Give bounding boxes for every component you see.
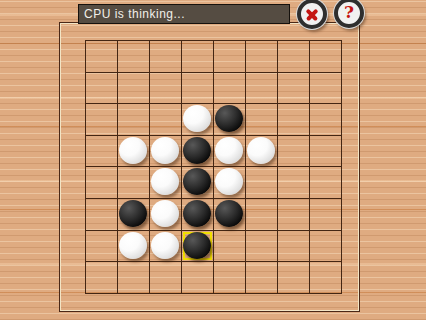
board-cell-f5[interactable] (246, 167, 278, 199)
board-cell-a8[interactable] (86, 262, 118, 294)
game-window: { "game": "Othello (Reversi) on an 8x8 w… (0, 0, 426, 320)
board-cell-g3[interactable] (278, 104, 310, 136)
board-cell-g5[interactable] (278, 167, 310, 199)
board-cell-b3[interactable] (118, 104, 150, 136)
black-stone (183, 137, 211, 164)
board-cell-e5[interactable] (214, 167, 246, 199)
white-stone (119, 137, 147, 164)
board-cell-a1[interactable] (86, 41, 118, 73)
board-cell-e3[interactable] (214, 104, 246, 136)
board-cell-g4[interactable] (278, 136, 310, 168)
board-cell-d6[interactable] (182, 199, 214, 231)
black-stone (119, 200, 147, 227)
board-cell-e2[interactable] (214, 73, 246, 105)
board-cell-h5[interactable] (310, 167, 342, 199)
board-cell-b2[interactable] (118, 73, 150, 105)
board-cell-g1[interactable] (278, 41, 310, 73)
board-cell-c6[interactable] (150, 199, 182, 231)
close-button[interactable] (297, 0, 327, 29)
black-stone (183, 168, 211, 195)
board-cell-a6[interactable] (86, 199, 118, 231)
board-cell-c8[interactable] (150, 262, 182, 294)
black-stone (183, 200, 211, 227)
board-cell-e4[interactable] (214, 136, 246, 168)
white-stone (183, 105, 211, 132)
board-cell-f3[interactable] (246, 104, 278, 136)
white-stone (151, 137, 179, 164)
board-cell-h7[interactable] (310, 231, 342, 263)
board-cell-d4[interactable] (182, 136, 214, 168)
board-cell-b1[interactable] (118, 41, 150, 73)
board-cell-d2[interactable] (182, 73, 214, 105)
white-stone (151, 232, 179, 259)
board-cell-f4[interactable] (246, 136, 278, 168)
board-cell-e1[interactable] (214, 41, 246, 73)
board-cell-d8[interactable] (182, 262, 214, 294)
board-cell-c5[interactable] (150, 167, 182, 199)
board-cell-g7[interactable] (278, 231, 310, 263)
board-cell-c7[interactable] (150, 231, 182, 263)
white-stone (151, 168, 179, 195)
board-cell-h8[interactable] (310, 262, 342, 294)
board-cell-e6[interactable] (214, 199, 246, 231)
board-cell-e7[interactable] (214, 231, 246, 263)
white-stone (215, 137, 243, 164)
board-cell-b4[interactable] (118, 136, 150, 168)
board-cell-f1[interactable] (246, 41, 278, 73)
board-cell-g2[interactable] (278, 73, 310, 105)
board-cell-h2[interactable] (310, 73, 342, 105)
question-mark-icon: ? (344, 4, 354, 21)
board-cell-f7[interactable] (246, 231, 278, 263)
board-cell-c4[interactable] (150, 136, 182, 168)
status-bar: CPU is thinking... (78, 4, 290, 24)
board-cell-d1[interactable] (182, 41, 214, 73)
white-stone (119, 232, 147, 259)
white-stone (247, 137, 275, 164)
board-cell-h4[interactable] (310, 136, 342, 168)
board-cell-e8[interactable] (214, 262, 246, 294)
white-stone (151, 200, 179, 227)
white-stone (215, 168, 243, 195)
board-cell-b5[interactable] (118, 167, 150, 199)
board-cell-h1[interactable] (310, 41, 342, 73)
board-cell-c2[interactable] (150, 73, 182, 105)
board-cell-d3[interactable] (182, 104, 214, 136)
close-x-icon (304, 6, 320, 22)
board-cell-g6[interactable] (278, 199, 310, 231)
board-cell-b8[interactable] (118, 262, 150, 294)
board-cell-c3[interactable] (150, 104, 182, 136)
board-cell-c1[interactable] (150, 41, 182, 73)
board-cell-a2[interactable] (86, 73, 118, 105)
board-cell-f2[interactable] (246, 73, 278, 105)
board-cell-d5[interactable] (182, 167, 214, 199)
board-cell-a5[interactable] (86, 167, 118, 199)
board-cell-a4[interactable] (86, 136, 118, 168)
black-stone (215, 105, 243, 132)
board-cell-h3[interactable] (310, 104, 342, 136)
board-cell-b6[interactable] (118, 199, 150, 231)
board-cell-a3[interactable] (86, 104, 118, 136)
board-grid (85, 40, 342, 294)
board-cell-f6[interactable] (246, 199, 278, 231)
board-cell-h6[interactable] (310, 199, 342, 231)
black-stone (215, 200, 243, 227)
status-text: CPU is thinking... (84, 7, 185, 21)
board-cell-b7[interactable] (118, 231, 150, 263)
board-cell-d7[interactable] (182, 231, 214, 263)
board-cell-g8[interactable] (278, 262, 310, 294)
board-cell-a7[interactable] (86, 231, 118, 263)
board-cell-f8[interactable] (246, 262, 278, 294)
black-stone (183, 232, 211, 259)
